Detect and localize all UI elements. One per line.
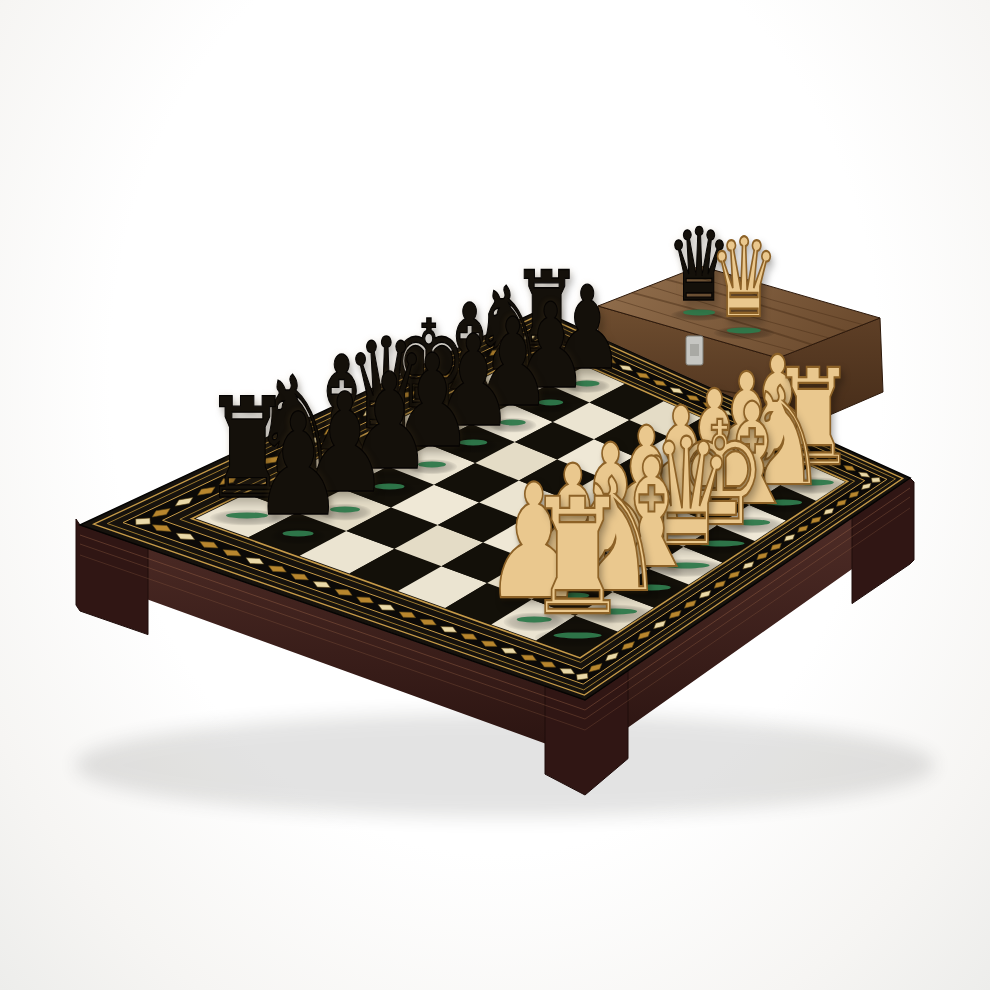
inlay-diamond	[537, 328, 548, 333]
inlay-diamond	[577, 673, 588, 680]
box-clasp-latch	[690, 344, 699, 356]
inlay-diamond	[871, 478, 880, 483]
board-and-box-graphic	[0, 0, 990, 990]
chess-set-product-photo: ♛♛♜♟♞♟♝♟♚♟♛♟♟♝♜♟♟♞♞♟♟♜♝♟♟♚♟♛♟♝♟♞♟♜	[0, 0, 990, 990]
inlay-diamond	[136, 518, 151, 525]
